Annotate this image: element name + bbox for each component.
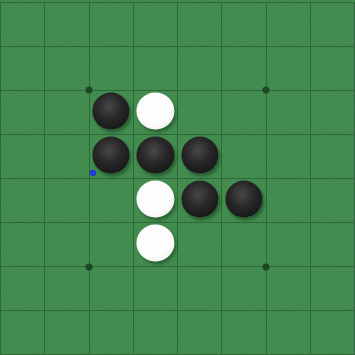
board-cell[interactable]: [311, 311, 355, 355]
board-cell[interactable]: [267, 311, 311, 355]
board-cell[interactable]: [45, 179, 89, 223]
board-cell[interactable]: [222, 223, 266, 267]
board-cell[interactable]: [90, 223, 134, 267]
board-cell[interactable]: [311, 135, 355, 179]
star-point: [263, 263, 270, 270]
board-cell[interactable]: [1, 47, 45, 91]
board-cell[interactable]: [45, 47, 89, 91]
board-cell[interactable]: [222, 179, 266, 223]
board-cell[interactable]: [267, 223, 311, 267]
board-cell[interactable]: [1, 91, 45, 135]
board-cell[interactable]: [90, 267, 134, 311]
board-cell[interactable]: [90, 135, 134, 179]
board-cell[interactable]: [178, 179, 222, 223]
black-disc: [93, 137, 130, 174]
board-cell[interactable]: [45, 267, 89, 311]
board-cell[interactable]: [311, 179, 355, 223]
star-point: [85, 263, 92, 270]
board-cell[interactable]: [267, 179, 311, 223]
board-cell[interactable]: [222, 3, 266, 47]
board-cell[interactable]: [45, 311, 89, 355]
board-cell[interactable]: [311, 91, 355, 135]
board-cell[interactable]: [134, 223, 178, 267]
board-cell[interactable]: [90, 311, 134, 355]
board-cell[interactable]: [134, 47, 178, 91]
board-cell[interactable]: [134, 179, 178, 223]
board-cell[interactable]: [178, 311, 222, 355]
star-point: [85, 87, 92, 94]
board-cell[interactable]: [311, 47, 355, 91]
black-disc: [137, 137, 174, 174]
board-cell[interactable]: [311, 3, 355, 47]
board-cell[interactable]: [45, 3, 89, 47]
board-cell[interactable]: [311, 267, 355, 311]
white-disc: [137, 93, 174, 130]
board-cell[interactable]: [134, 91, 178, 135]
board-cell[interactable]: [134, 135, 178, 179]
last-move-marker: [90, 170, 96, 176]
board-cell[interactable]: [178, 135, 222, 179]
board-cell[interactable]: [1, 3, 45, 47]
black-disc: [225, 181, 262, 218]
board-cell[interactable]: [1, 179, 45, 223]
board-cell[interactable]: [45, 91, 89, 135]
black-disc: [181, 137, 218, 174]
board-cell[interactable]: [134, 267, 178, 311]
board-cell[interactable]: [1, 223, 45, 267]
board-cell[interactable]: [90, 3, 134, 47]
board-cell[interactable]: [222, 311, 266, 355]
othello-board-wrap: [0, 0, 355, 355]
black-disc: [93, 93, 130, 130]
board-cell[interactable]: [178, 223, 222, 267]
board-cell[interactable]: [311, 223, 355, 267]
board-cell[interactable]: [1, 311, 45, 355]
board-cell[interactable]: [134, 311, 178, 355]
board-cell[interactable]: [178, 47, 222, 91]
white-disc: [137, 225, 174, 262]
board-cell[interactable]: [222, 267, 266, 311]
board-cell[interactable]: [1, 267, 45, 311]
board-cell[interactable]: [222, 47, 266, 91]
star-point: [263, 87, 270, 94]
board-cell[interactable]: [45, 135, 89, 179]
white-disc: [137, 181, 174, 218]
black-disc: [181, 181, 218, 218]
board-cell[interactable]: [90, 47, 134, 91]
board-cell[interactable]: [267, 267, 311, 311]
board-cell[interactable]: [178, 267, 222, 311]
board-cell[interactable]: [90, 179, 134, 223]
board-cell[interactable]: [178, 3, 222, 47]
board-cell[interactable]: [267, 47, 311, 91]
board-cell[interactable]: [267, 91, 311, 135]
board-cell[interactable]: [90, 91, 134, 135]
board-cell[interactable]: [134, 3, 178, 47]
board-cell[interactable]: [222, 135, 266, 179]
board-cell[interactable]: [1, 135, 45, 179]
board-cell[interactable]: [178, 91, 222, 135]
board-cell[interactable]: [45, 223, 89, 267]
othello-board: [0, 2, 355, 355]
board-cell[interactable]: [222, 91, 266, 135]
board-cell[interactable]: [267, 3, 311, 47]
board-cell[interactable]: [267, 135, 311, 179]
